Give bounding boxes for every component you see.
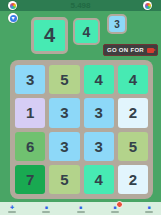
bar-icon-5-label bbox=[145, 211, 153, 213]
go-on-for-label: GO ON FOR bbox=[107, 47, 144, 53]
bar-icon-3-label bbox=[77, 211, 85, 213]
header-bar: 5.498 bbox=[0, 0, 161, 11]
grid-cell-r4c2[interactable]: 5 bbox=[49, 165, 79, 194]
grid-cell-r3c4[interactable]: 5 bbox=[118, 132, 148, 161]
grid-cell-r2c1[interactable]: 1 bbox=[15, 98, 45, 127]
grid-cell-r2c4[interactable]: 2 bbox=[118, 98, 148, 127]
board-grid[interactable]: 3544133263357542 bbox=[15, 65, 148, 194]
bottom-bar: ✚■■■■ bbox=[0, 202, 161, 215]
queue-tile-active[interactable]: 4 bbox=[31, 17, 68, 54]
game-screen: 5.498 ▾ 4 4 3 GO ON FOR 3544133263357542… bbox=[0, 0, 161, 215]
bar-icon-5[interactable]: ■ bbox=[142, 204, 156, 213]
grid-cell-r4c1[interactable]: 7 bbox=[15, 165, 45, 194]
color-wheel-icon[interactable] bbox=[143, 1, 152, 10]
go-on-for-button[interactable]: GO ON FOR bbox=[103, 44, 158, 56]
grid-cell-r1c3[interactable]: 4 bbox=[84, 65, 114, 94]
queue-tile-upcoming: 3 bbox=[107, 14, 127, 34]
bar-icon-2-glyph: ■ bbox=[45, 204, 48, 210]
grid-cell-r1c1[interactable]: 3 bbox=[15, 65, 45, 94]
bar-icon-2[interactable]: ■ bbox=[39, 204, 53, 213]
grid-cell-r1c4[interactable]: 4 bbox=[118, 65, 148, 94]
grid-cell-r3c1[interactable]: 6 bbox=[15, 132, 45, 161]
grid-cell-r4c4[interactable]: 2 bbox=[118, 165, 148, 194]
bar-icon-3[interactable]: ■ bbox=[74, 204, 88, 213]
grid-cell-r2c2[interactable]: 3 bbox=[49, 98, 79, 127]
grid-cell-r3c3[interactable]: 3 bbox=[84, 132, 114, 161]
grid-cell-r1c2[interactable]: 5 bbox=[49, 65, 79, 94]
grid-cell-r4c3[interactable]: 4 bbox=[84, 165, 114, 194]
bar-icon-4[interactable]: ■ bbox=[108, 204, 122, 213]
grid-cell-r3c2[interactable]: 3 bbox=[49, 132, 79, 161]
bar-plus-icon-glyph: ✚ bbox=[10, 204, 14, 210]
bar-icon-5-glyph: ■ bbox=[147, 204, 150, 210]
queue-tile-next: 4 bbox=[73, 18, 100, 45]
bar-plus-icon[interactable]: ✚ bbox=[5, 204, 19, 213]
bar-icon-2-label bbox=[42, 211, 50, 213]
settings-wheel-icon[interactable] bbox=[8, 1, 17, 10]
board-frame: 3544133263357542 bbox=[10, 60, 153, 199]
bar-icon-3-glyph: ■ bbox=[79, 204, 82, 210]
color-wheel-icon-glyph bbox=[145, 3, 151, 9]
video-ad-icon bbox=[147, 48, 154, 53]
chevron-down-icon: ▾ bbox=[10, 15, 17, 22]
arrow-badge-icon[interactable]: ▾ bbox=[8, 13, 18, 23]
notification-badge bbox=[116, 201, 123, 208]
settings-wheel-icon-glyph bbox=[10, 3, 16, 9]
grid-cell-r2c3[interactable]: 3 bbox=[84, 98, 114, 127]
bar-plus-icon-label bbox=[8, 211, 16, 213]
score-display: 5.498 bbox=[0, 0, 161, 11]
bar-icon-4-label bbox=[111, 211, 119, 213]
